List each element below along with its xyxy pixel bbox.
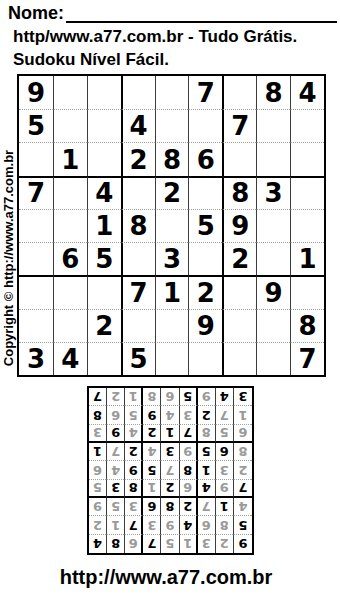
puzzle-cell-r1c9: 4 bbox=[290, 76, 324, 109]
puzzle-cell-r5c6: 5 bbox=[188, 209, 222, 242]
solution-cell-r8c6: 9 bbox=[143, 406, 161, 424]
solution-cell-r4c2: 9 bbox=[216, 480, 234, 498]
solution-cell-r6c8: 7 bbox=[107, 443, 125, 461]
solution-cell-r6c7: 2 bbox=[125, 443, 143, 461]
puzzle-cell-r9c5 bbox=[155, 342, 189, 375]
puzzle-cell-r6c7: 2 bbox=[222, 242, 256, 275]
solution-cell-r7c1: 6 bbox=[234, 425, 252, 443]
puzzle-cell-r5c4: 8 bbox=[121, 209, 155, 242]
solution-cell-r2c5: 9 bbox=[161, 516, 179, 534]
puzzle-cell-r1c7 bbox=[222, 76, 256, 109]
puzzle-cell-r1c1: 9 bbox=[19, 76, 53, 109]
puzzle-cell-r7c8: 9 bbox=[256, 275, 290, 308]
solution-cell-r9c1: 3 bbox=[234, 388, 252, 406]
puzzle-cell-r8c8 bbox=[256, 309, 290, 342]
solution-cell-r8c9: 8 bbox=[89, 406, 107, 424]
solution-cell-r6c2: 6 bbox=[216, 443, 234, 461]
puzzle-cell-r3c2: 1 bbox=[53, 142, 87, 175]
copyright-text: Copyright © http://www.a77.com.br bbox=[0, 84, 18, 432]
puzzle-cell-r3c3 bbox=[87, 142, 121, 175]
solution-cell-r8c4: 3 bbox=[180, 406, 198, 424]
puzzle-cell-r2c3 bbox=[87, 109, 121, 142]
puzzle-cell-r8c9: 8 bbox=[290, 309, 324, 342]
puzzle-cell-r9c8 bbox=[256, 342, 290, 375]
puzzle-cell-r4c9 bbox=[290, 176, 324, 209]
solution-cell-r5c4: 8 bbox=[180, 461, 198, 479]
puzzle-cell-r2c4: 4 bbox=[121, 109, 155, 142]
puzzle-cell-r9c3 bbox=[87, 342, 121, 375]
solution-cell-r1c9: 4 bbox=[89, 535, 107, 553]
solution-cell-r7c2: 5 bbox=[216, 425, 234, 443]
puzzle-cell-r3c8 bbox=[256, 142, 290, 175]
puzzle-cell-r7c7 bbox=[222, 275, 256, 308]
solution-cell-r3c5: 8 bbox=[161, 498, 179, 516]
solution-cell-r7c7: 4 bbox=[125, 425, 143, 443]
solution-cell-r3c3: 7 bbox=[198, 498, 216, 516]
solution-cell-r8c2: 7 bbox=[216, 406, 234, 424]
solution-cell-r3c1: 4 bbox=[234, 498, 252, 516]
solution-cell-r9c2: 4 bbox=[216, 388, 234, 406]
puzzle-cell-r6c2: 6 bbox=[53, 242, 87, 275]
puzzle-cell-r9c4: 5 bbox=[121, 342, 155, 375]
puzzle-cell-r4c5: 2 bbox=[155, 176, 189, 209]
solution-cell-r4c9: 5 bbox=[89, 480, 107, 498]
sudoku-puzzle-grid: 978454712867428318596532171292983457 bbox=[17, 74, 326, 377]
puzzle-cell-r7c5: 1 bbox=[155, 275, 189, 308]
solution-cell-r1c8: 8 bbox=[107, 535, 125, 553]
puzzle-cell-r5c1 bbox=[19, 209, 53, 242]
solution-cell-r5c6: 5 bbox=[143, 461, 161, 479]
name-label: Nome: bbox=[8, 3, 64, 23]
solution-cell-r4c1: 7 bbox=[234, 480, 252, 498]
solution-cell-r1c4: 1 bbox=[180, 535, 198, 553]
solution-cell-r4c8: 3 bbox=[107, 480, 125, 498]
puzzle-cell-r6c8 bbox=[256, 242, 290, 275]
solution-cell-r7c5: 1 bbox=[161, 425, 179, 443]
puzzle-cell-r5c5 bbox=[155, 209, 189, 242]
puzzle-cell-r5c9 bbox=[290, 209, 324, 242]
puzzle-cell-r3c9 bbox=[290, 142, 324, 175]
puzzle-cell-r5c8 bbox=[256, 209, 290, 242]
solution-cell-r5c9: 6 bbox=[89, 461, 107, 479]
puzzle-cell-r1c8: 8 bbox=[256, 76, 290, 109]
solution-cell-r5c8: 4 bbox=[107, 461, 125, 479]
puzzle-cell-r8c7 bbox=[222, 309, 256, 342]
puzzle-cell-r9c1: 3 bbox=[19, 342, 53, 375]
solution-cell-r4c6: 1 bbox=[143, 480, 161, 498]
puzzle-cell-r7c6: 2 bbox=[188, 275, 222, 308]
solution-cell-r2c7: 7 bbox=[125, 516, 143, 534]
solution-cell-r9c3: 9 bbox=[198, 388, 216, 406]
solution-cell-r8c3: 2 bbox=[198, 406, 216, 424]
puzzle-cell-r6c6 bbox=[188, 242, 222, 275]
solution-cell-r6c1: 8 bbox=[234, 443, 252, 461]
solution-cell-r9c4: 5 bbox=[180, 388, 198, 406]
solution-cell-r5c2: 3 bbox=[216, 461, 234, 479]
puzzle-cell-r3c1 bbox=[19, 142, 53, 175]
puzzle-cell-r8c5 bbox=[155, 309, 189, 342]
puzzle-cell-r4c8: 3 bbox=[256, 176, 290, 209]
solution-cell-r1c1: 9 bbox=[234, 535, 252, 553]
puzzle-cell-r5c7: 9 bbox=[222, 209, 256, 242]
solution-cell-r7c3: 8 bbox=[198, 425, 216, 443]
solution-cell-r2c9: 2 bbox=[89, 516, 107, 534]
solution-cell-r9c6: 8 bbox=[143, 388, 161, 406]
solution-cell-r6c5: 3 bbox=[161, 443, 179, 461]
puzzle-cell-r2c7: 7 bbox=[222, 109, 256, 142]
puzzle-cell-r6c1 bbox=[19, 242, 53, 275]
solution-cell-r1c5: 5 bbox=[161, 535, 179, 553]
solution-cell-r1c7: 6 bbox=[125, 535, 143, 553]
puzzle-cell-r1c4 bbox=[121, 76, 155, 109]
solution-cell-r7c9: 3 bbox=[89, 425, 107, 443]
solution-cell-r4c3: 4 bbox=[198, 480, 216, 498]
name-fill-line bbox=[66, 3, 337, 23]
puzzle-cell-r4c7: 8 bbox=[222, 176, 256, 209]
solution-cell-r6c9: 1 bbox=[89, 443, 107, 461]
puzzle-cell-r8c3: 2 bbox=[87, 309, 121, 342]
puzzle-cell-r1c6: 7 bbox=[188, 76, 222, 109]
solution-cell-r8c1: 1 bbox=[234, 406, 252, 424]
solution-cell-r7c4: 7 bbox=[180, 425, 198, 443]
solution-cell-r7c8: 9 bbox=[107, 425, 125, 443]
solution-cell-r7c6: 2 bbox=[143, 425, 161, 443]
solution-cell-r4c5: 2 bbox=[161, 480, 179, 498]
solution-cell-r9c7: 1 bbox=[125, 388, 143, 406]
puzzle-cell-r9c2: 4 bbox=[53, 342, 87, 375]
solution-cell-r4c7: 8 bbox=[125, 480, 143, 498]
solution-cell-r5c5: 7 bbox=[161, 461, 179, 479]
puzzle-cell-r8c6: 9 bbox=[188, 309, 222, 342]
solution-cell-r9c8: 2 bbox=[107, 388, 125, 406]
puzzle-cell-r3c7 bbox=[222, 142, 256, 175]
printable-sudoku-page: Nome: http/www.a77.com.br - Tudo Grátis.… bbox=[0, 0, 340, 596]
puzzle-cell-r5c2 bbox=[53, 209, 87, 242]
puzzle-cell-r2c5 bbox=[155, 109, 189, 142]
puzzle-cell-r9c9: 7 bbox=[290, 342, 324, 375]
solution-cell-r2c8: 1 bbox=[107, 516, 125, 534]
solution-cell-r3c9: 9 bbox=[89, 498, 107, 516]
solution-cell-r2c1: 5 bbox=[234, 516, 252, 534]
puzzle-cell-r2c2 bbox=[53, 109, 87, 142]
puzzle-cell-r4c6 bbox=[188, 176, 222, 209]
solution-cell-r6c4: 9 bbox=[180, 443, 198, 461]
puzzle-cell-r9c7 bbox=[222, 342, 256, 375]
puzzle-cell-r4c1: 7 bbox=[19, 176, 53, 209]
solution-cell-r1c6: 7 bbox=[143, 535, 161, 553]
puzzle-cell-r8c2 bbox=[53, 309, 87, 342]
puzzle-cell-r5c3: 1 bbox=[87, 209, 121, 242]
solution-cell-r3c7: 3 bbox=[125, 498, 143, 516]
solution-cell-r5c1: 2 bbox=[234, 461, 252, 479]
solution-cell-r4c4: 6 bbox=[180, 480, 198, 498]
name-row: Nome: bbox=[8, 3, 337, 23]
puzzle-cell-r7c2 bbox=[53, 275, 87, 308]
puzzle-cell-r2c1: 5 bbox=[19, 109, 53, 142]
puzzle-cell-r2c9 bbox=[290, 109, 324, 142]
solution-cell-r1c3: 3 bbox=[198, 535, 216, 553]
puzzle-cell-r4c4 bbox=[121, 176, 155, 209]
solution-cell-r3c8: 5 bbox=[107, 498, 125, 516]
puzzle-cell-r3c4: 2 bbox=[121, 142, 155, 175]
puzzle-cell-r3c6: 6 bbox=[188, 142, 222, 175]
puzzle-cell-r4c2 bbox=[53, 176, 87, 209]
solution-cell-r2c6: 3 bbox=[143, 516, 161, 534]
solution-cell-r9c5: 6 bbox=[161, 388, 179, 406]
solution-cell-r2c2: 8 bbox=[216, 516, 234, 534]
puzzle-cell-r2c8 bbox=[256, 109, 290, 142]
solution-cell-r8c7: 5 bbox=[125, 406, 143, 424]
puzzle-cell-r6c4 bbox=[121, 242, 155, 275]
solution-cell-r8c8: 6 bbox=[107, 406, 125, 424]
puzzle-cell-r7c3 bbox=[87, 275, 121, 308]
solution-cell-r3c2: 1 bbox=[216, 498, 234, 516]
solution-cell-r8c5: 4 bbox=[161, 406, 179, 424]
footer-url: http://www.a77.com.br bbox=[0, 566, 332, 589]
solution-cell-r2c3: 6 bbox=[198, 516, 216, 534]
puzzle-cell-r6c3: 5 bbox=[87, 242, 121, 275]
puzzle-cell-r8c4 bbox=[121, 309, 155, 342]
puzzle-cell-r9c6 bbox=[188, 342, 222, 375]
solution-cell-r2c4: 4 bbox=[180, 516, 198, 534]
solution-cell-r3c6: 6 bbox=[143, 498, 161, 516]
puzzle-cell-r7c1 bbox=[19, 275, 53, 308]
puzzle-cell-r2c6 bbox=[188, 109, 222, 142]
puzzle-cell-r1c5 bbox=[155, 76, 189, 109]
solution-cell-r1c2: 2 bbox=[216, 535, 234, 553]
sudoku-solution-grid-rotated: 9231576845864937124172863597946218352318… bbox=[87, 386, 254, 555]
solution-cell-r5c3: 1 bbox=[198, 461, 216, 479]
puzzle-cell-r3c5: 8 bbox=[155, 142, 189, 175]
solution-cell-r5c7: 9 bbox=[125, 461, 143, 479]
solution-cell-r3c4: 2 bbox=[180, 498, 198, 516]
puzzle-cell-r1c3 bbox=[87, 76, 121, 109]
puzzle-cell-r8c1 bbox=[19, 309, 53, 342]
puzzle-cell-r1c2 bbox=[53, 76, 87, 109]
puzzle-level-title: Sudoku Nível Fácil. bbox=[13, 50, 169, 70]
site-tagline: http/www.a77.com.br - Tudo Grátis. bbox=[13, 27, 297, 47]
puzzle-cell-r7c9 bbox=[290, 275, 324, 308]
puzzle-cell-r7c4: 7 bbox=[121, 275, 155, 308]
puzzle-cell-r6c9: 1 bbox=[290, 242, 324, 275]
puzzle-cell-r4c3: 4 bbox=[87, 176, 121, 209]
solution-cell-r6c6: 4 bbox=[143, 443, 161, 461]
solution-cell-r9c9: 7 bbox=[89, 388, 107, 406]
puzzle-cell-r6c5: 3 bbox=[155, 242, 189, 275]
solution-cell-r6c3: 5 bbox=[198, 443, 216, 461]
